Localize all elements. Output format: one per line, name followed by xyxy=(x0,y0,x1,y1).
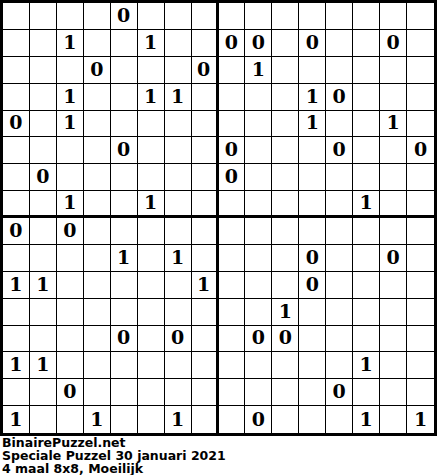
cell-r1c16-empty[interactable] xyxy=(407,3,434,30)
cell-r1c8-empty[interactable] xyxy=(192,3,219,30)
cell-r3c13-empty[interactable] xyxy=(326,57,353,84)
cell-r9c9-empty[interactable] xyxy=(219,218,246,245)
cell-r2c3-given-1: 1 xyxy=(57,30,84,57)
cell-r14c15-empty[interactable] xyxy=(380,352,407,379)
cell-r15c15-empty[interactable] xyxy=(380,379,407,406)
cell-r2c8-empty[interactable] xyxy=(192,30,219,57)
cell-r9c14-empty[interactable] xyxy=(353,218,380,245)
cell-r3c12-empty[interactable] xyxy=(299,57,326,84)
cell-r7c12-empty[interactable] xyxy=(299,164,326,191)
cell-r3c8-given-0: 0 xyxy=(192,57,219,84)
cell-r10c2-empty[interactable] xyxy=(30,245,57,272)
cell-r4c11-empty[interactable] xyxy=(272,84,299,111)
cell-r8c7-empty[interactable] xyxy=(165,191,192,218)
cell-r6c4-empty[interactable] xyxy=(84,137,111,164)
cell-r6c14-empty[interactable] xyxy=(353,137,380,164)
cell-r11c9-empty[interactable] xyxy=(219,272,246,299)
cell-r14c13-empty[interactable] xyxy=(326,352,353,379)
cell-r4c13-given-0: 0 xyxy=(326,84,353,111)
cell-r15c5-empty[interactable] xyxy=(111,379,138,406)
cell-r15c12-empty[interactable] xyxy=(299,379,326,406)
cell-r7c8-empty[interactable] xyxy=(192,164,219,191)
cell-r13c10-given-0: 0 xyxy=(245,326,272,353)
cell-r11c15-empty[interactable] xyxy=(380,272,407,299)
cell-r10c12-given-0: 0 xyxy=(299,245,326,272)
cell-r4c1-empty[interactable] xyxy=(3,84,30,111)
cell-r1c5-given-0: 0 xyxy=(111,3,138,30)
cell-r13c6-empty[interactable] xyxy=(138,326,165,353)
cell-r8c11-empty[interactable] xyxy=(272,191,299,218)
cell-r8c13-empty[interactable] xyxy=(326,191,353,218)
cell-r5c9-empty[interactable] xyxy=(219,111,246,138)
cell-r1c7-empty[interactable] xyxy=(165,3,192,30)
cell-r6c9-given-0: 0 xyxy=(219,137,246,164)
cell-r10c1-empty[interactable] xyxy=(3,245,30,272)
cell-r4c15-empty[interactable] xyxy=(380,84,407,111)
cell-r2c13-empty[interactable] xyxy=(326,30,353,57)
binary-puzzle-board: 0110000001111100111000000111001100111010… xyxy=(0,0,437,436)
cell-r15c6-empty[interactable] xyxy=(138,379,165,406)
cell-r7c6-empty[interactable] xyxy=(138,164,165,191)
cell-r12c13-empty[interactable] xyxy=(326,299,353,326)
cell-r5c16-empty[interactable] xyxy=(407,111,434,138)
cell-r7c16-empty[interactable] xyxy=(407,164,434,191)
cell-r16c6-empty[interactable] xyxy=(138,406,165,433)
cell-r2c6-given-1: 1 xyxy=(138,30,165,57)
cell-r7c9-given-0: 0 xyxy=(219,164,246,191)
cell-r6c16-given-0: 0 xyxy=(407,137,434,164)
cell-r8c10-empty[interactable] xyxy=(245,191,272,218)
cell-r2c5-empty[interactable] xyxy=(111,30,138,57)
cell-r11c16-empty[interactable] xyxy=(407,272,434,299)
cell-r16c16-given-1: 1 xyxy=(407,406,434,433)
cell-r2c7-empty[interactable] xyxy=(165,30,192,57)
cell-r3c14-empty[interactable] xyxy=(353,57,380,84)
cell-r7c13-empty[interactable] xyxy=(326,164,353,191)
cell-r3c11-empty[interactable] xyxy=(272,57,299,84)
cell-r4c12-given-1: 1 xyxy=(299,84,326,111)
cell-r16c3-empty[interactable] xyxy=(57,406,84,433)
cell-r13c3-empty[interactable] xyxy=(57,326,84,353)
cell-r15c14-empty[interactable] xyxy=(353,379,380,406)
cell-r6c1-empty[interactable] xyxy=(3,137,30,164)
cell-r8c16-empty[interactable] xyxy=(407,191,434,218)
cell-r9c6-empty[interactable] xyxy=(138,218,165,245)
cell-r6c6-empty[interactable] xyxy=(138,137,165,164)
cell-r7c2-given-0: 0 xyxy=(30,164,57,191)
cell-r12c1-empty[interactable] xyxy=(3,299,30,326)
cell-r6c11-empty[interactable] xyxy=(272,137,299,164)
cell-r12c2-empty[interactable] xyxy=(30,299,57,326)
cell-r11c8-given-1: 1 xyxy=(192,272,219,299)
cell-r4c6-given-1: 1 xyxy=(138,84,165,111)
cell-r15c1-empty[interactable] xyxy=(3,379,30,406)
cell-r7c7-empty[interactable] xyxy=(165,164,192,191)
cell-r2c16-empty[interactable] xyxy=(407,30,434,57)
cell-r11c5-empty[interactable] xyxy=(111,272,138,299)
cell-r16c1-given-1: 1 xyxy=(3,406,30,433)
cell-r3c10-given-1: 1 xyxy=(245,57,272,84)
cell-r9c12-empty[interactable] xyxy=(299,218,326,245)
cell-r13c15-empty[interactable] xyxy=(380,326,407,353)
cell-r1c9-empty[interactable] xyxy=(219,3,246,30)
cell-r2c10-given-0: 0 xyxy=(245,30,272,57)
cell-r16c10-given-0: 0 xyxy=(245,406,272,433)
cell-r11c2-given-1: 1 xyxy=(30,272,57,299)
cell-r14c3-empty[interactable] xyxy=(57,352,84,379)
puzzle-subtitle: 4 maal 8x8, Moeilijk xyxy=(2,463,437,475)
cell-r12c12-empty[interactable] xyxy=(299,299,326,326)
cell-r13c9-empty[interactable] xyxy=(219,326,246,353)
cell-r14c11-empty[interactable] xyxy=(272,352,299,379)
cell-r13c16-empty[interactable] xyxy=(407,326,434,353)
cell-r14c1-given-1: 1 xyxy=(3,352,30,379)
puzzle-page: 0110000001111100111000000111001100111010… xyxy=(0,0,437,475)
cell-r16c9-empty[interactable] xyxy=(219,406,246,433)
cell-r16c5-empty[interactable] xyxy=(111,406,138,433)
cell-r13c1-empty[interactable] xyxy=(3,326,30,353)
cell-r14c7-empty[interactable] xyxy=(165,352,192,379)
cell-r10c9-empty[interactable] xyxy=(219,245,246,272)
cell-r1c15-empty[interactable] xyxy=(380,3,407,30)
cell-r10c4-empty[interactable] xyxy=(84,245,111,272)
cell-r4c10-empty[interactable] xyxy=(245,84,272,111)
cell-r1c14-empty[interactable] xyxy=(353,3,380,30)
cell-r9c1-given-0: 0 xyxy=(3,218,30,245)
cell-r4c2-empty[interactable] xyxy=(30,84,57,111)
cell-r4c4-empty[interactable] xyxy=(84,84,111,111)
cell-r4c7-given-1: 1 xyxy=(165,84,192,111)
cell-r6c13-given-0: 0 xyxy=(326,137,353,164)
cell-r7c1-empty[interactable] xyxy=(3,164,30,191)
cell-r6c3-empty[interactable] xyxy=(57,137,84,164)
cell-r1c4-empty[interactable] xyxy=(84,3,111,30)
cell-r8c9-empty[interactable] xyxy=(219,191,246,218)
cell-r9c2-empty[interactable] xyxy=(30,218,57,245)
cell-r7c10-empty[interactable] xyxy=(245,164,272,191)
cell-r11c10-empty[interactable] xyxy=(245,272,272,299)
cell-r5c11-empty[interactable] xyxy=(272,111,299,138)
cell-r14c4-empty[interactable] xyxy=(84,352,111,379)
cell-r10c10-empty[interactable] xyxy=(245,245,272,272)
cell-r11c7-empty[interactable] xyxy=(165,272,192,299)
cell-r11c11-empty[interactable] xyxy=(272,272,299,299)
cell-r8c8-empty[interactable] xyxy=(192,191,219,218)
cell-r15c11-empty[interactable] xyxy=(272,379,299,406)
cell-r10c6-empty[interactable] xyxy=(138,245,165,272)
cell-r4c14-empty[interactable] xyxy=(353,84,380,111)
cell-r14c5-empty[interactable] xyxy=(111,352,138,379)
cell-r12c11-given-1: 1 xyxy=(272,299,299,326)
cell-r13c8-empty[interactable] xyxy=(192,326,219,353)
cell-r13c12-empty[interactable] xyxy=(299,326,326,353)
cell-r4c3-given-1: 1 xyxy=(57,84,84,111)
cell-r13c4-empty[interactable] xyxy=(84,326,111,353)
cell-r5c2-empty[interactable] xyxy=(30,111,57,138)
cell-r11c4-empty[interactable] xyxy=(84,272,111,299)
cell-r12c10-empty[interactable] xyxy=(245,299,272,326)
cell-r9c5-empty[interactable] xyxy=(111,218,138,245)
cell-r5c14-empty[interactable] xyxy=(353,111,380,138)
cell-r3c7-empty[interactable] xyxy=(165,57,192,84)
cell-r1c13-empty[interactable] xyxy=(326,3,353,30)
cell-r3c4-given-0: 0 xyxy=(84,57,111,84)
cell-r9c16-empty[interactable] xyxy=(407,218,434,245)
cell-r5c7-empty[interactable] xyxy=(165,111,192,138)
cell-r10c3-empty[interactable] xyxy=(57,245,84,272)
cell-r9c7-empty[interactable] xyxy=(165,218,192,245)
cell-r10c14-empty[interactable] xyxy=(353,245,380,272)
cell-r8c12-empty[interactable] xyxy=(299,191,326,218)
cell-r16c12-empty[interactable] xyxy=(299,406,326,433)
cell-r8c6-given-1: 1 xyxy=(138,191,165,218)
cell-r2c14-empty[interactable] xyxy=(353,30,380,57)
cell-r7c11-empty[interactable] xyxy=(272,164,299,191)
cell-r7c15-empty[interactable] xyxy=(380,164,407,191)
cell-r15c10-empty[interactable] xyxy=(245,379,272,406)
cell-r13c14-empty[interactable] xyxy=(353,326,380,353)
cell-r15c16-empty[interactable] xyxy=(407,379,434,406)
cell-r6c8-empty[interactable] xyxy=(192,137,219,164)
cell-r15c4-empty[interactable] xyxy=(84,379,111,406)
cell-r15c13-given-0: 0 xyxy=(326,379,353,406)
footer: BinairePuzzel.net Speciale Puzzel 30 jan… xyxy=(2,437,437,475)
cell-r11c14-empty[interactable] xyxy=(353,272,380,299)
cell-r2c2-empty[interactable] xyxy=(30,30,57,57)
cell-r13c5-given-0: 0 xyxy=(111,326,138,353)
cell-r1c1-empty[interactable] xyxy=(3,3,30,30)
cell-r12c8-empty[interactable] xyxy=(192,299,219,326)
cell-r2c12-given-0: 0 xyxy=(299,30,326,57)
cell-r8c1-empty[interactable] xyxy=(3,191,30,218)
cell-r3c2-empty[interactable] xyxy=(30,57,57,84)
cell-r14c16-empty[interactable] xyxy=(407,352,434,379)
cell-r13c7-given-0: 0 xyxy=(165,326,192,353)
cell-r5c1-given-0: 0 xyxy=(3,111,30,138)
cell-r4c16-empty[interactable] xyxy=(407,84,434,111)
cell-r9c11-empty[interactable] xyxy=(272,218,299,245)
cell-r8c4-empty[interactable] xyxy=(84,191,111,218)
cell-r5c6-empty[interactable] xyxy=(138,111,165,138)
cell-r7c14-empty[interactable] xyxy=(353,164,380,191)
cell-r12c4-empty[interactable] xyxy=(84,299,111,326)
cell-r6c2-empty[interactable] xyxy=(30,137,57,164)
cell-r15c2-empty[interactable] xyxy=(30,379,57,406)
cell-r14c8-empty[interactable] xyxy=(192,352,219,379)
cell-r9c15-empty[interactable] xyxy=(380,218,407,245)
cell-r12c9-empty[interactable] xyxy=(219,299,246,326)
cell-r3c3-empty[interactable] xyxy=(57,57,84,84)
cell-r5c15-given-1: 1 xyxy=(380,111,407,138)
cell-r16c15-empty[interactable] xyxy=(380,406,407,433)
cell-r4c9-empty[interactable] xyxy=(219,84,246,111)
cell-r12c5-empty[interactable] xyxy=(111,299,138,326)
cell-r15c3-given-0: 0 xyxy=(57,379,84,406)
cell-r15c7-empty[interactable] xyxy=(165,379,192,406)
cell-r14c2-given-1: 1 xyxy=(30,352,57,379)
cell-r2c15-given-0: 0 xyxy=(380,30,407,57)
cell-r11c12-given-0: 0 xyxy=(299,272,326,299)
cell-r16c14-given-1: 1 xyxy=(353,406,380,433)
cell-r15c9-empty[interactable] xyxy=(219,379,246,406)
cell-r7c5-empty[interactable] xyxy=(111,164,138,191)
cell-r14c6-empty[interactable] xyxy=(138,352,165,379)
cell-r14c10-empty[interactable] xyxy=(245,352,272,379)
cell-r2c4-empty[interactable] xyxy=(84,30,111,57)
cell-r3c15-empty[interactable] xyxy=(380,57,407,84)
cell-r5c10-empty[interactable] xyxy=(245,111,272,138)
cell-r3c9-empty[interactable] xyxy=(219,57,246,84)
cell-r1c6-empty[interactable] xyxy=(138,3,165,30)
cell-r8c2-empty[interactable] xyxy=(30,191,57,218)
cell-r14c12-empty[interactable] xyxy=(299,352,326,379)
cell-r1c3-empty[interactable] xyxy=(57,3,84,30)
cell-r10c13-empty[interactable] xyxy=(326,245,353,272)
cell-r8c5-empty[interactable] xyxy=(111,191,138,218)
cell-r5c3-given-1: 1 xyxy=(57,111,84,138)
cell-r12c7-empty[interactable] xyxy=(165,299,192,326)
cell-r4c8-empty[interactable] xyxy=(192,84,219,111)
cell-r3c6-empty[interactable] xyxy=(138,57,165,84)
cell-r12c3-empty[interactable] xyxy=(57,299,84,326)
cell-r5c8-empty[interactable] xyxy=(192,111,219,138)
cell-r7c4-empty[interactable] xyxy=(84,164,111,191)
cell-r13c2-empty[interactable] xyxy=(30,326,57,353)
cell-r9c4-empty[interactable] xyxy=(84,218,111,245)
cell-r11c6-empty[interactable] xyxy=(138,272,165,299)
cell-r6c12-empty[interactable] xyxy=(299,137,326,164)
cell-r9c13-empty[interactable] xyxy=(326,218,353,245)
cell-r3c1-empty[interactable] xyxy=(3,57,30,84)
cell-r1c11-empty[interactable] xyxy=(272,3,299,30)
cell-r14c14-given-1: 1 xyxy=(353,352,380,379)
cell-r8c15-empty[interactable] xyxy=(380,191,407,218)
cell-r6c5-given-0: 0 xyxy=(111,137,138,164)
cell-r5c5-empty[interactable] xyxy=(111,111,138,138)
cell-r16c8-empty[interactable] xyxy=(192,406,219,433)
cell-r1c12-empty[interactable] xyxy=(299,3,326,30)
cell-r14c9-empty[interactable] xyxy=(219,352,246,379)
cell-r16c11-empty[interactable] xyxy=(272,406,299,433)
cell-r16c2-empty[interactable] xyxy=(30,406,57,433)
cell-r5c12-given-1: 1 xyxy=(299,111,326,138)
cell-r8c14-given-1: 1 xyxy=(353,191,380,218)
cell-r13c13-empty[interactable] xyxy=(326,326,353,353)
cell-r6c10-empty[interactable] xyxy=(245,137,272,164)
cell-r1c2-empty[interactable] xyxy=(30,3,57,30)
cell-r9c3-given-0: 0 xyxy=(57,218,84,245)
cell-r3c5-empty[interactable] xyxy=(111,57,138,84)
cell-r8c3-given-1: 1 xyxy=(57,191,84,218)
cell-r12c14-empty[interactable] xyxy=(353,299,380,326)
cell-r9c10-empty[interactable] xyxy=(245,218,272,245)
cell-r12c15-empty[interactable] xyxy=(380,299,407,326)
cell-r11c13-empty[interactable] xyxy=(326,272,353,299)
cell-r3c16-empty[interactable] xyxy=(407,57,434,84)
cell-r11c3-empty[interactable] xyxy=(57,272,84,299)
cell-r1c10-empty[interactable] xyxy=(245,3,272,30)
cell-r5c13-empty[interactable] xyxy=(326,111,353,138)
cell-r2c1-empty[interactable] xyxy=(3,30,30,57)
cell-r16c4-given-1: 1 xyxy=(84,406,111,433)
cell-r4c5-empty[interactable] xyxy=(111,84,138,111)
cell-r12c16-empty[interactable] xyxy=(407,299,434,326)
cell-r6c15-empty[interactable] xyxy=(380,137,407,164)
cell-r10c16-empty[interactable] xyxy=(407,245,434,272)
cell-r6c7-empty[interactable] xyxy=(165,137,192,164)
cell-r16c7-given-1: 1 xyxy=(165,406,192,433)
cell-r9c8-empty[interactable] xyxy=(192,218,219,245)
cell-r10c15-given-0: 0 xyxy=(380,245,407,272)
cell-r13c11-given-0: 0 xyxy=(272,326,299,353)
cell-r2c9-given-0: 0 xyxy=(219,30,246,57)
cell-r15c8-empty[interactable] xyxy=(192,379,219,406)
cell-r2c11-empty[interactable] xyxy=(272,30,299,57)
cell-r7c3-empty[interactable] xyxy=(57,164,84,191)
cell-r10c5-given-1: 1 xyxy=(111,245,138,272)
cell-r5c4-empty[interactable] xyxy=(84,111,111,138)
cell-r10c11-empty[interactable] xyxy=(272,245,299,272)
cell-r10c7-given-1: 1 xyxy=(165,245,192,272)
cell-r11c1-given-1: 1 xyxy=(3,272,30,299)
cell-r16c13-empty[interactable] xyxy=(326,406,353,433)
cell-r12c6-empty[interactable] xyxy=(138,299,165,326)
cell-r10c8-empty[interactable] xyxy=(192,245,219,272)
